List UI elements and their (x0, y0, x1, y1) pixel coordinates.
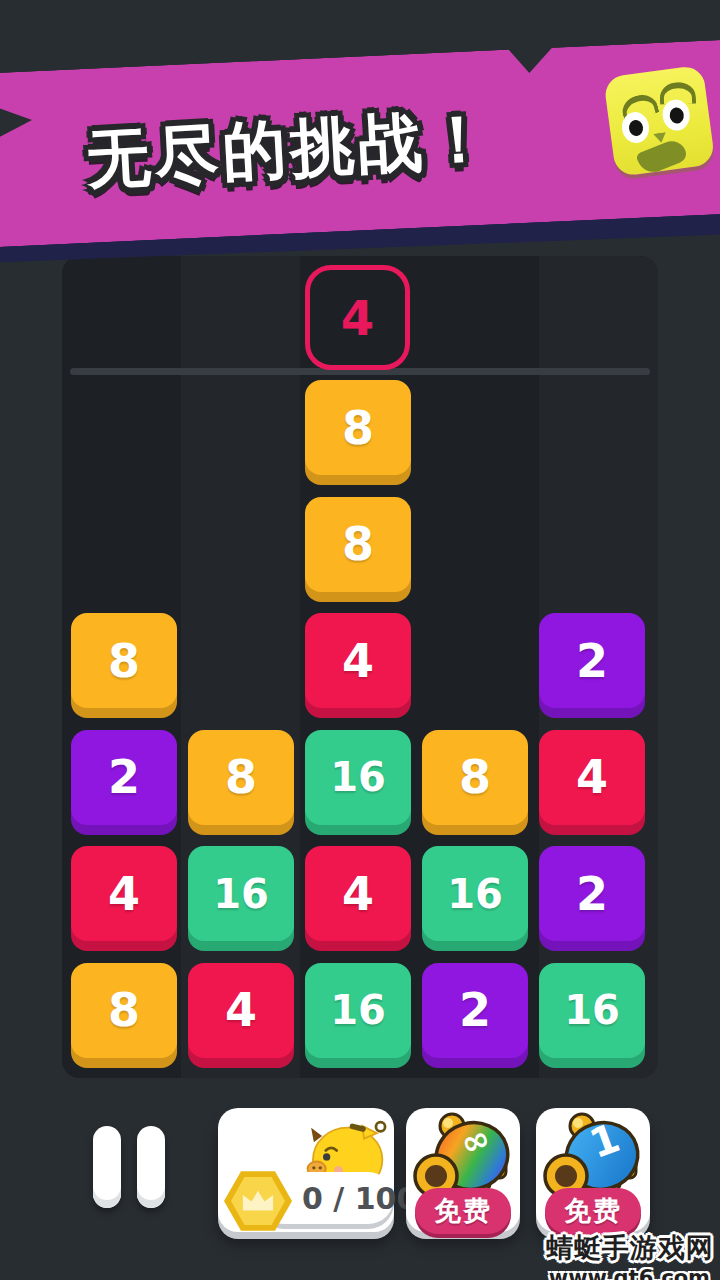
tile-4: 4 (305, 846, 411, 941)
pause-icon (93, 1126, 121, 1208)
blue-cannon-icon: 1 (542, 1110, 644, 1200)
tile-grid: 8884228168441641628416216 (71, 380, 645, 1069)
booster-single-cannon[interactable]: 1 免费 (536, 1108, 650, 1232)
game-board: 4 8884228168441641628416216 (62, 256, 658, 1078)
tile-2: 2 (422, 963, 528, 1058)
rainbow-cannon-icon: ∞ (412, 1110, 514, 1200)
free-button[interactable]: 免费 (545, 1188, 641, 1234)
tile-8: 8 (188, 730, 294, 825)
piggy-bank-card[interactable]: 0 / 100 (218, 1108, 394, 1232)
tile-4: 4 (539, 730, 645, 825)
tile-8: 8 (305, 380, 411, 475)
pause-button[interactable] (93, 1126, 169, 1210)
challenge-banner: 无尽的挑战！ (0, 38, 720, 248)
free-button[interactable]: 免费 (415, 1188, 511, 1234)
pause-icon (137, 1126, 165, 1208)
tile-8: 8 (71, 963, 177, 1058)
banner-title: 无尽的挑战！ (84, 95, 496, 204)
tile-16: 16 (305, 730, 411, 825)
tile-16: 16 (539, 963, 645, 1058)
tile-4: 4 (188, 963, 294, 1058)
watermark-url: www.qt6.com (546, 1266, 710, 1280)
watermark-site-name: 蜻蜓手游戏网 (546, 1230, 714, 1266)
tile-2: 2 (539, 613, 645, 708)
tile-2: 2 (71, 730, 177, 825)
tile-8: 8 (305, 497, 411, 592)
tile-16: 16 (188, 846, 294, 941)
tile-4: 4 (71, 846, 177, 941)
tile-8: 8 (71, 613, 177, 708)
next-tile-preview: 4 (305, 265, 410, 370)
tile-8: 8 (422, 730, 528, 825)
tile-4: 4 (305, 613, 411, 708)
watermark: 蜻蜓手游戏网 www.qt6.com (546, 1230, 714, 1280)
tile-16: 16 (305, 963, 411, 1058)
yellow-face-icon (603, 65, 715, 177)
mouth-icon (635, 137, 688, 177)
tile-16: 16 (422, 846, 528, 941)
booster-rainbow-cannon[interactable]: ∞ 免费 (406, 1108, 520, 1232)
tile-2: 2 (539, 846, 645, 941)
coin-progress-text: 0 / 100 (302, 1181, 417, 1216)
